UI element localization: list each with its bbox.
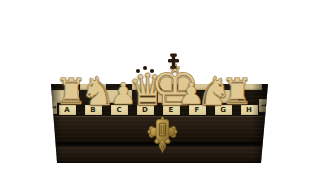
rook-right-piece: ♜ [221, 74, 253, 110]
queen-crown-ball-icon [143, 66, 147, 70]
queen-crown-ball-icon [136, 69, 140, 73]
brass-clasp [147, 116, 178, 154]
king-cross-finial-icon [167, 53, 180, 70]
rank-label-right: 1 [259, 99, 267, 112]
queen-crown-ball-icon [150, 69, 154, 73]
chess-set-photo: A B C D E F G H 1 1 ♜ ♞ ♟ ♛ ♚ ♟ ♞ ♜ [0, 0, 310, 186]
